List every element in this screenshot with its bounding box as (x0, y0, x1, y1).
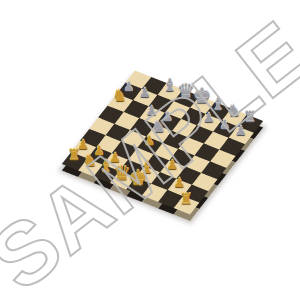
chess-board (61, 70, 262, 214)
chess-set-product-photo: ♝♛♚♝♞♜♟♟♟♟♟♞♟♟♞♟♟♟♟♟♝♟♜♞♝♛♚♜ SAMPLE (0, 0, 300, 300)
